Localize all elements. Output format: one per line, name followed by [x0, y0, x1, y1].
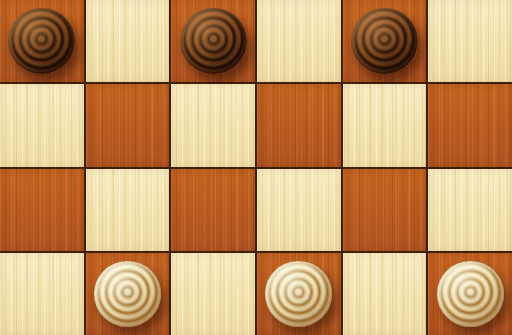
square-r0-c4[interactable]	[343, 0, 427, 82]
square-r0-c2[interactable]	[171, 0, 255, 82]
checker-dark[interactable]	[351, 8, 418, 75]
square-r3-c0[interactable]	[0, 253, 84, 335]
square-r0-c1[interactable]	[86, 0, 170, 82]
square-r0-c0[interactable]	[0, 0, 84, 82]
checker-dark[interactable]	[8, 8, 75, 75]
square-r2-c1[interactable]	[86, 169, 170, 251]
square-r0-c5[interactable]	[428, 0, 512, 82]
square-r3-c2[interactable]	[171, 253, 255, 335]
square-r0-c3[interactable]	[257, 0, 341, 82]
checkers-board	[0, 0, 512, 335]
square-r1-c0[interactable]	[0, 84, 84, 166]
square-r1-c1[interactable]	[86, 84, 170, 166]
square-r2-c3[interactable]	[257, 169, 341, 251]
checker-light[interactable]	[265, 261, 332, 328]
square-r1-c2[interactable]	[171, 84, 255, 166]
square-r1-c4[interactable]	[343, 84, 427, 166]
checker-light[interactable]	[437, 261, 504, 328]
square-r2-c4[interactable]	[343, 169, 427, 251]
square-r3-c5[interactable]	[428, 253, 512, 335]
square-r3-c4[interactable]	[343, 253, 427, 335]
checker-dark[interactable]	[180, 8, 247, 75]
square-r1-c5[interactable]	[428, 84, 512, 166]
square-r2-c2[interactable]	[171, 169, 255, 251]
square-r1-c3[interactable]	[257, 84, 341, 166]
square-r2-c5[interactable]	[428, 169, 512, 251]
square-r3-c1[interactable]	[86, 253, 170, 335]
square-r2-c0[interactable]	[0, 169, 84, 251]
square-r3-c3[interactable]	[257, 253, 341, 335]
checker-light[interactable]	[94, 261, 161, 328]
